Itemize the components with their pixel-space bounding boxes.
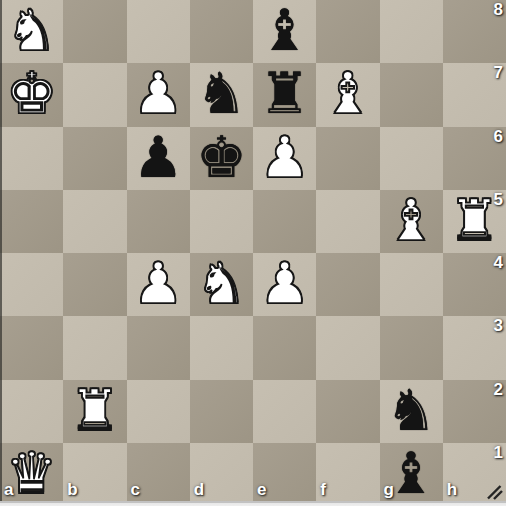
square-b5[interactable]	[63, 190, 126, 253]
square-c4[interactable]: ♟	[127, 253, 190, 316]
square-f8[interactable]	[316, 0, 379, 63]
square-g5[interactable]: ♝	[380, 190, 443, 253]
piece-black-rook[interactable]: ♜	[259, 65, 310, 122]
square-c7[interactable]: ♟	[127, 63, 190, 126]
file-label-e: e	[257, 480, 266, 500]
square-f1[interactable]: f	[316, 443, 379, 506]
chess-board: ♞♝8♚♟♞♜♝7♟♚♟6♝5♜♟♞♟43♜♞2a♛bcdefg♝1h	[0, 0, 506, 506]
square-d2[interactable]	[190, 380, 253, 443]
square-c3[interactable]	[127, 316, 190, 379]
square-f7[interactable]: ♝	[316, 63, 379, 126]
piece-white-king[interactable]: ♚	[6, 65, 57, 122]
rank-label-6: 6	[494, 127, 503, 147]
square-g3[interactable]	[380, 316, 443, 379]
piece-black-bishop[interactable]: ♝	[259, 2, 310, 59]
square-h2[interactable]: 2	[443, 380, 506, 443]
file-label-f: f	[320, 480, 326, 500]
piece-white-pawn[interactable]: ♟	[259, 129, 310, 186]
piece-white-knight[interactable]: ♞	[6, 2, 57, 59]
square-g7[interactable]	[380, 63, 443, 126]
square-b6[interactable]	[63, 127, 126, 190]
piece-black-knight[interactable]: ♞	[386, 382, 437, 439]
piece-white-pawn[interactable]: ♟	[259, 255, 310, 312]
square-a3[interactable]	[0, 316, 63, 379]
board-resize-handle-icon[interactable]	[487, 485, 503, 500]
square-e8[interactable]: ♝	[253, 0, 316, 63]
square-h4[interactable]: 4	[443, 253, 506, 316]
square-a4[interactable]	[0, 253, 63, 316]
square-b3[interactable]	[63, 316, 126, 379]
square-g1[interactable]: g♝	[380, 443, 443, 506]
square-h5[interactable]: 5♜	[443, 190, 506, 253]
square-b7[interactable]	[63, 63, 126, 126]
square-b2[interactable]: ♜	[63, 380, 126, 443]
rank-label-4: 4	[494, 253, 503, 273]
piece-white-pawn[interactable]: ♟	[133, 255, 184, 312]
square-f3[interactable]	[316, 316, 379, 379]
square-e4[interactable]: ♟	[253, 253, 316, 316]
square-c2[interactable]	[127, 380, 190, 443]
square-a1[interactable]: a♛	[0, 443, 63, 506]
square-g8[interactable]	[380, 0, 443, 63]
rank-label-1: 1	[494, 443, 503, 463]
square-g6[interactable]	[380, 127, 443, 190]
square-h8[interactable]: 8	[443, 0, 506, 63]
square-b1[interactable]: b	[63, 443, 126, 506]
square-d3[interactable]	[190, 316, 253, 379]
chess-board-panel: ♞♝8♚♟♞♜♝7♟♚♟6♝5♜♟♞♟43♜♞2a♛bcdefg♝1h	[0, 0, 506, 506]
square-e6[interactable]: ♟	[253, 127, 316, 190]
square-e2[interactable]	[253, 380, 316, 443]
piece-black-king[interactable]: ♚	[196, 129, 247, 186]
square-h3[interactable]: 3	[443, 316, 506, 379]
square-a5[interactable]	[0, 190, 63, 253]
file-label-d: d	[194, 480, 204, 500]
rank-label-2: 2	[494, 380, 503, 400]
square-d1[interactable]: d	[190, 443, 253, 506]
square-b8[interactable]	[63, 0, 126, 63]
square-d7[interactable]: ♞	[190, 63, 253, 126]
piece-white-rook[interactable]: ♜	[449, 192, 500, 249]
page-bottom-strip	[0, 501, 506, 506]
square-d5[interactable]	[190, 190, 253, 253]
rank-label-7: 7	[494, 63, 503, 83]
rank-label-3: 3	[494, 316, 503, 336]
square-d4[interactable]: ♞	[190, 253, 253, 316]
square-d6[interactable]: ♚	[190, 127, 253, 190]
square-a6[interactable]	[0, 127, 63, 190]
piece-black-bishop[interactable]: ♝	[386, 445, 437, 502]
square-f2[interactable]	[316, 380, 379, 443]
piece-black-knight[interactable]: ♞	[196, 65, 247, 122]
square-e5[interactable]	[253, 190, 316, 253]
square-a8[interactable]: ♞	[0, 0, 63, 63]
square-e7[interactable]: ♜	[253, 63, 316, 126]
square-e3[interactable]	[253, 316, 316, 379]
piece-white-bishop[interactable]: ♝	[386, 192, 437, 249]
file-label-b: b	[67, 480, 77, 500]
rank-label-8: 8	[494, 0, 503, 20]
piece-white-queen[interactable]: ♛	[6, 445, 57, 502]
piece-white-bishop[interactable]: ♝	[322, 65, 373, 122]
square-a2[interactable]	[0, 380, 63, 443]
file-label-h: h	[447, 480, 457, 500]
piece-white-pawn[interactable]: ♟	[133, 65, 184, 122]
piece-black-pawn[interactable]: ♟	[133, 129, 184, 186]
square-e1[interactable]: e	[253, 443, 316, 506]
square-b4[interactable]	[63, 253, 126, 316]
square-c8[interactable]	[127, 0, 190, 63]
square-f5[interactable]	[316, 190, 379, 253]
piece-white-knight[interactable]: ♞	[196, 255, 247, 312]
square-h6[interactable]: 6	[443, 127, 506, 190]
square-f6[interactable]	[316, 127, 379, 190]
file-label-c: c	[131, 480, 140, 500]
square-d8[interactable]	[190, 0, 253, 63]
square-f4[interactable]	[316, 253, 379, 316]
square-g2[interactable]: ♞	[380, 380, 443, 443]
square-g4[interactable]	[380, 253, 443, 316]
square-c5[interactable]	[127, 190, 190, 253]
square-h7[interactable]: 7	[443, 63, 506, 126]
square-c1[interactable]: c	[127, 443, 190, 506]
piece-white-rook[interactable]: ♜	[69, 382, 120, 439]
square-c6[interactable]: ♟	[127, 127, 190, 190]
square-a7[interactable]: ♚	[0, 63, 63, 126]
